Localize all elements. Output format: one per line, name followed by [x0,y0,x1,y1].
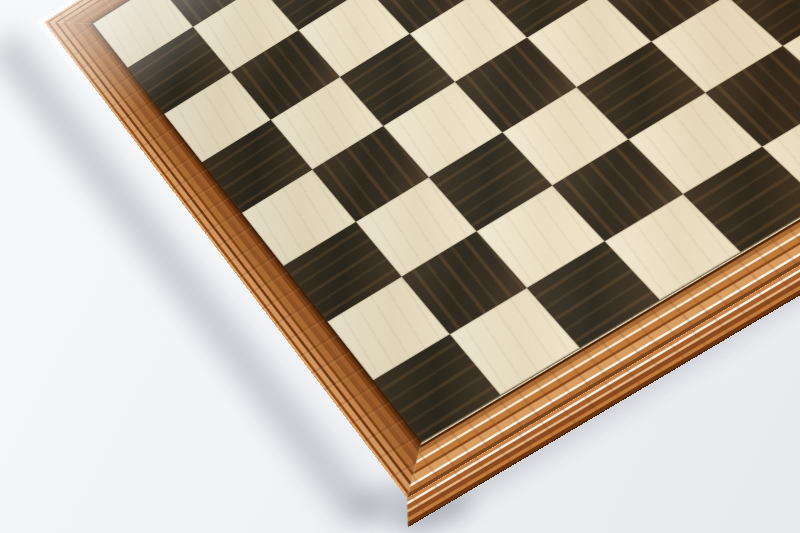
chess-board [44,0,800,498]
photo-backdrop [0,0,800,533]
play-surface [93,0,800,442]
